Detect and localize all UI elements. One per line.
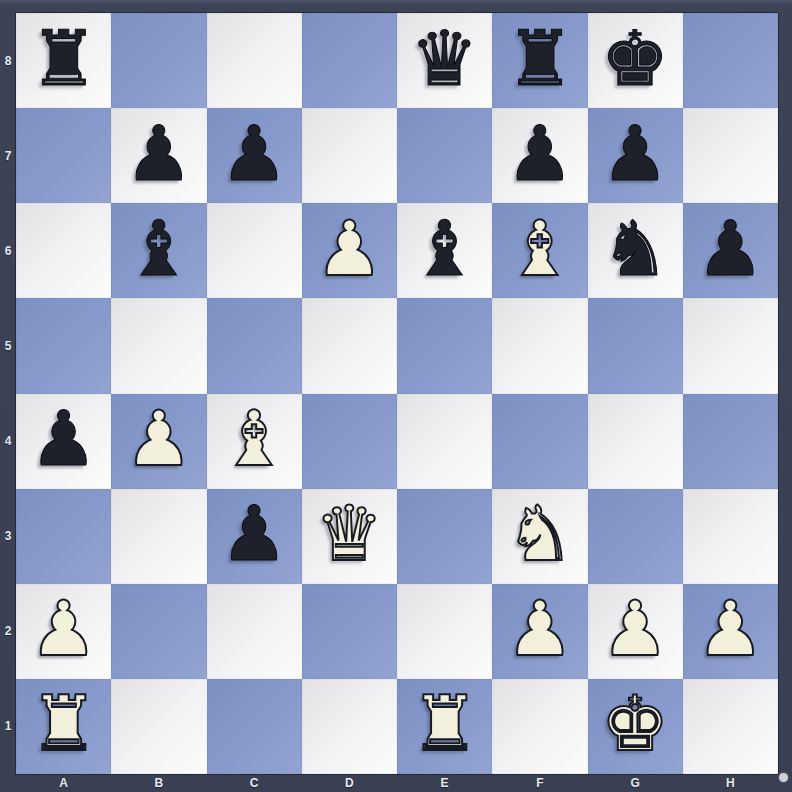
square-g8[interactable]: ♚ [588,13,683,108]
piece-black-pawn[interactable]: ♟ [601,116,669,192]
square-d8[interactable] [302,13,397,108]
rank-label-6: 6 [0,203,16,298]
piece-white-pawn[interactable]: ♟ [696,591,764,667]
piece-black-pawn[interactable]: ♟ [220,496,288,572]
square-f1[interactable] [492,679,587,774]
piece-black-pawn[interactable]: ♟ [220,116,288,192]
file-label-d: D [302,774,397,792]
square-e2[interactable] [397,584,492,679]
rank-label-3: 3 [0,489,16,584]
square-g4[interactable] [588,394,683,489]
square-h5[interactable] [683,298,778,393]
square-e5[interactable] [397,298,492,393]
square-g1[interactable]: ♚ [588,679,683,774]
square-d6[interactable]: ♟ [302,203,397,298]
square-f6[interactable]: ♝ [492,203,587,298]
square-h8[interactable] [683,13,778,108]
square-b4[interactable]: ♟ [111,394,206,489]
file-label-b: B [111,774,206,792]
side-to-move-indicator [779,773,788,782]
piece-white-pawn[interactable]: ♟ [601,591,669,667]
square-e4[interactable] [397,394,492,489]
square-h6[interactable]: ♟ [683,203,778,298]
piece-black-pawn[interactable]: ♟ [30,401,98,477]
piece-black-rook[interactable]: ♜ [506,21,574,97]
square-e1[interactable]: ♜ [397,679,492,774]
piece-black-bishop[interactable]: ♝ [125,211,193,287]
file-label-h: H [683,774,778,792]
square-a8[interactable]: ♜ [16,13,111,108]
rank-label-8: 8 [0,13,16,108]
square-d4[interactable] [302,394,397,489]
square-f2[interactable]: ♟ [492,584,587,679]
square-d7[interactable] [302,108,397,203]
square-g3[interactable] [588,489,683,584]
piece-white-knight[interactable]: ♞ [506,496,574,572]
square-a2[interactable]: ♟ [16,584,111,679]
square-b7[interactable]: ♟ [111,108,206,203]
square-a6[interactable] [16,203,111,298]
piece-black-pawn[interactable]: ♟ [696,211,764,287]
square-e3[interactable] [397,489,492,584]
piece-black-rook[interactable]: ♜ [30,21,98,97]
square-d5[interactable] [302,298,397,393]
piece-white-bishop[interactable]: ♝ [220,401,288,477]
rank-label-4: 4 [0,394,16,489]
square-a4[interactable]: ♟ [16,394,111,489]
square-a3[interactable] [16,489,111,584]
square-a7[interactable] [16,108,111,203]
rank-label-2: 2 [0,584,16,679]
square-e6[interactable]: ♝ [397,203,492,298]
piece-black-bishop[interactable]: ♝ [411,211,479,287]
piece-black-king[interactable]: ♚ [601,21,669,97]
rank-label-5: 5 [0,298,16,393]
square-g2[interactable]: ♟ [588,584,683,679]
square-b8[interactable] [111,13,206,108]
square-c1[interactable] [207,679,302,774]
square-d2[interactable] [302,584,397,679]
piece-white-rook[interactable]: ♜ [411,686,479,762]
square-f7[interactable]: ♟ [492,108,587,203]
piece-black-knight[interactable]: ♞ [601,211,669,287]
file-label-f: F [492,774,587,792]
piece-white-pawn[interactable]: ♟ [506,591,574,667]
square-f4[interactable] [492,394,587,489]
square-b5[interactable] [111,298,206,393]
square-b6[interactable]: ♝ [111,203,206,298]
piece-white-pawn[interactable]: ♟ [315,211,383,287]
square-g5[interactable] [588,298,683,393]
square-a1[interactable]: ♜ [16,679,111,774]
square-h3[interactable] [683,489,778,584]
square-b2[interactable] [111,584,206,679]
square-c3[interactable]: ♟ [207,489,302,584]
square-e8[interactable]: ♛ [397,13,492,108]
board-frame: ♜♛♜♚♟♟♟♟♝♟♝♝♞♟♟♟♝♟♛♞♟♟♟♟♜♜♚ 87654321ABCD… [0,0,792,792]
file-label-c: C [207,774,302,792]
file-label-g: G [588,774,683,792]
square-f8[interactable]: ♜ [492,13,587,108]
square-c2[interactable] [207,584,302,679]
square-g7[interactable]: ♟ [588,108,683,203]
square-c8[interactable] [207,13,302,108]
file-label-e: E [397,774,492,792]
square-b1[interactable] [111,679,206,774]
square-c4[interactable]: ♝ [207,394,302,489]
piece-white-queen[interactable]: ♛ [315,496,383,572]
piece-black-queen[interactable]: ♛ [411,21,479,97]
square-h1[interactable] [683,679,778,774]
square-c6[interactable] [207,203,302,298]
square-f3[interactable]: ♞ [492,489,587,584]
rank-label-1: 1 [0,679,16,774]
square-h2[interactable]: ♟ [683,584,778,679]
square-d3[interactable]: ♛ [302,489,397,584]
square-g6[interactable]: ♞ [588,203,683,298]
piece-white-rook[interactable]: ♜ [30,686,98,762]
piece-white-bishop[interactable]: ♝ [506,211,574,287]
square-b3[interactable] [111,489,206,584]
square-e7[interactable] [397,108,492,203]
square-d1[interactable] [302,679,397,774]
piece-white-king[interactable]: ♚ [601,686,669,762]
square-h4[interactable] [683,394,778,489]
piece-black-pawn[interactable]: ♟ [125,116,193,192]
square-c7[interactable]: ♟ [207,108,302,203]
square-f5[interactable] [492,298,587,393]
file-label-a: A [16,774,111,792]
piece-black-pawn[interactable]: ♟ [506,116,574,192]
piece-white-pawn[interactable]: ♟ [30,591,98,667]
square-a5[interactable] [16,298,111,393]
piece-white-pawn[interactable]: ♟ [125,401,193,477]
square-h7[interactable] [683,108,778,203]
square-c5[interactable] [207,298,302,393]
rank-label-7: 7 [0,108,16,203]
chess-board: ♜♛♜♚♟♟♟♟♝♟♝♝♞♟♟♟♝♟♛♞♟♟♟♟♜♜♚ [16,13,778,774]
